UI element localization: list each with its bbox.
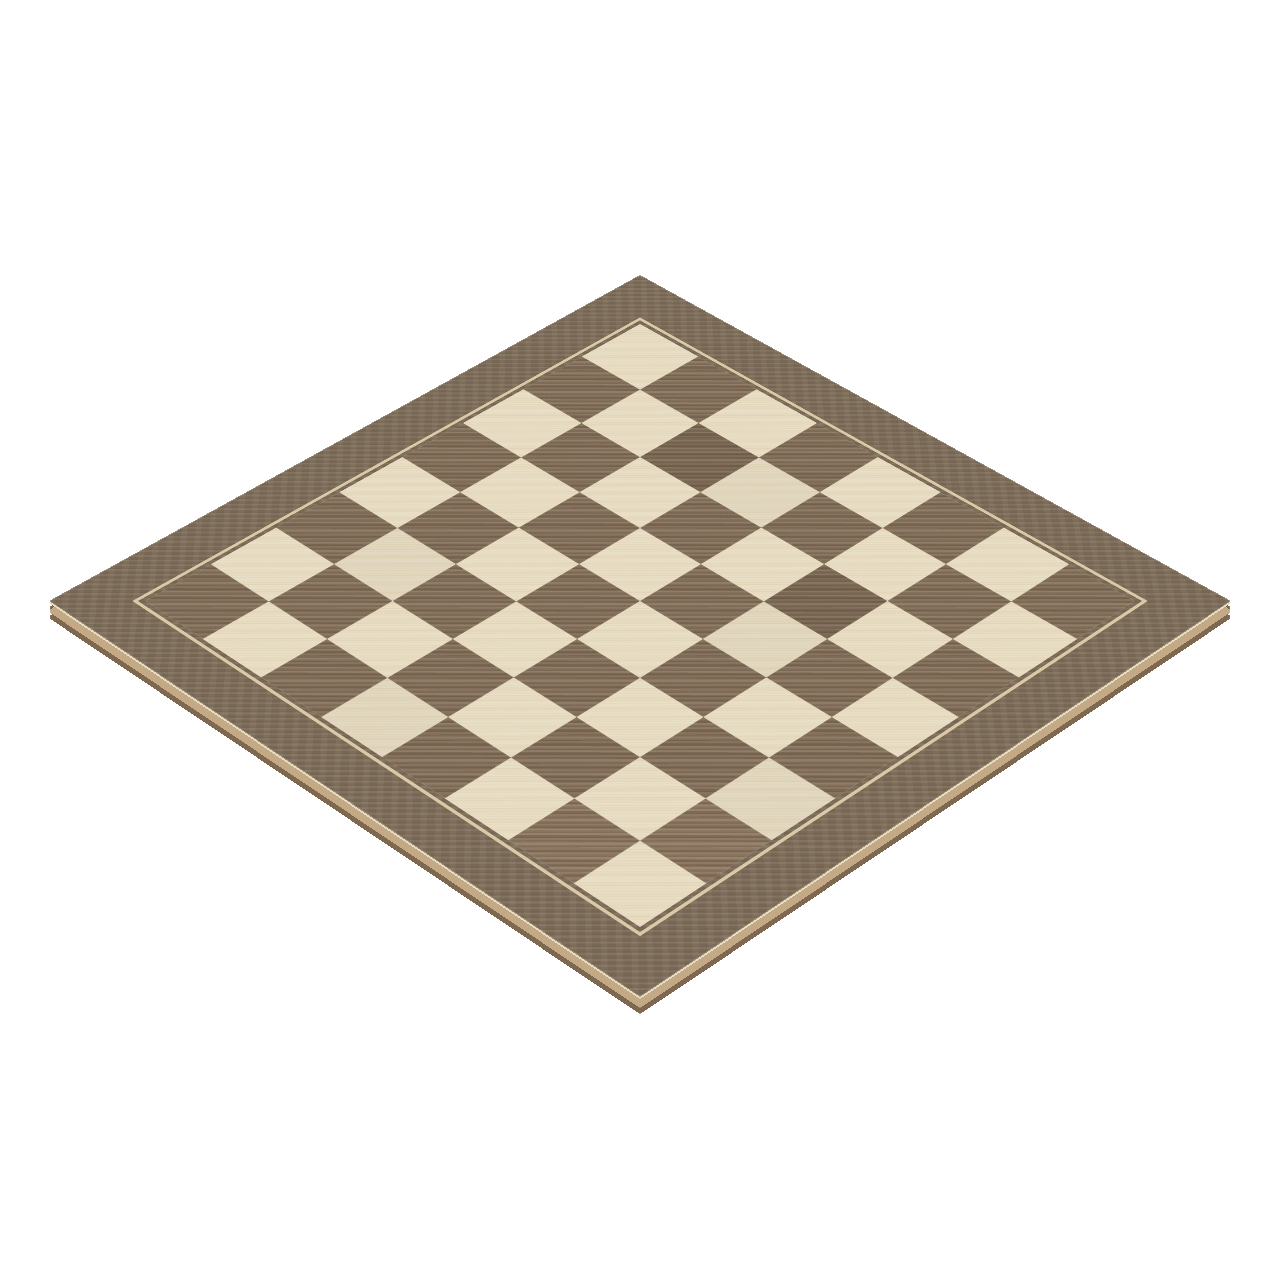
board-3d-wrap <box>222 183 1058 1019</box>
chess-board-frame <box>49 275 1231 997</box>
chess-board-field <box>145 324 1135 927</box>
product-photo-stage <box>0 0 1280 1280</box>
maple-inlay-line <box>132 317 1147 936</box>
